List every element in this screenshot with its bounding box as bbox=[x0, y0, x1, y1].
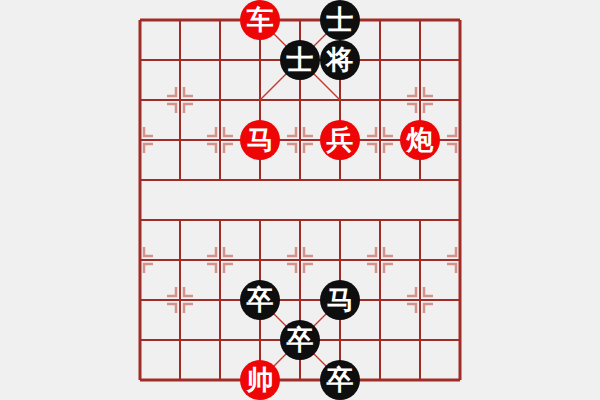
piece-black-soldier-3[interactable]: 卒 bbox=[320, 360, 360, 400]
piece-black-soldier-2[interactable]: 卒 bbox=[280, 320, 320, 360]
piece-black-soldier-1[interactable]: 卒 bbox=[240, 280, 280, 320]
piece-red-soldier[interactable]: 兵 bbox=[320, 120, 360, 160]
piece-red-horse[interactable]: 马 bbox=[240, 120, 280, 160]
piece-black-horse[interactable]: 马 bbox=[320, 280, 360, 320]
piece-red-chariot[interactable]: 车 bbox=[240, 0, 280, 40]
piece-layer: 车士士将马兵炮卒马卒帅卒 bbox=[0, 0, 600, 400]
piece-red-cannon[interactable]: 炮 bbox=[400, 120, 440, 160]
piece-black-advisor[interactable]: 士 bbox=[320, 0, 360, 40]
xiangqi-diagram: 车士士将马兵炮卒马卒帅卒 bbox=[0, 0, 600, 400]
piece-black-general[interactable]: 将 bbox=[320, 40, 360, 80]
piece-black-advisor-2[interactable]: 士 bbox=[280, 40, 320, 80]
piece-red-general[interactable]: 帅 bbox=[240, 360, 280, 400]
